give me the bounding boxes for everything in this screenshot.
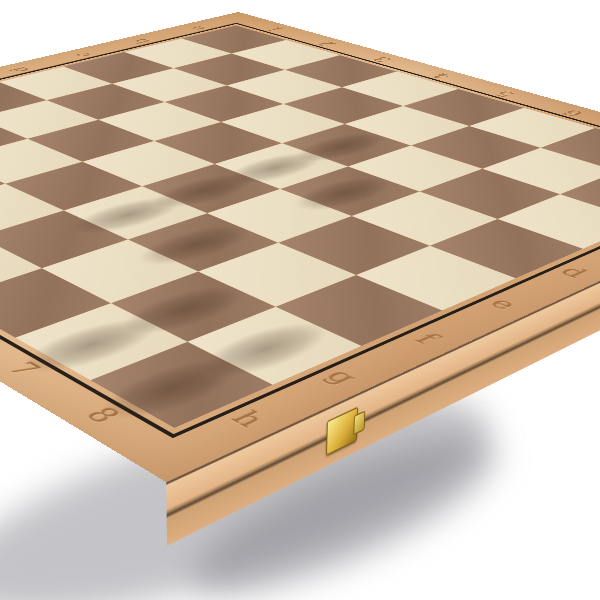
brass-latch[interactable]	[326, 407, 358, 456]
white-rook-glyph: ♜	[115, 261, 248, 383]
chess-set-photo: ♜♞♛♟♚♛♚♟♝♞ 1122334455667788hhggffeeddccb…	[0, 0, 600, 600]
black-queen-glyph: ♛	[280, 62, 421, 191]
board-frame: ♜♞♛♟♚♛♚♟♝♞ 1122334455667788hhggffeeddccb…	[0, 12, 600, 482]
